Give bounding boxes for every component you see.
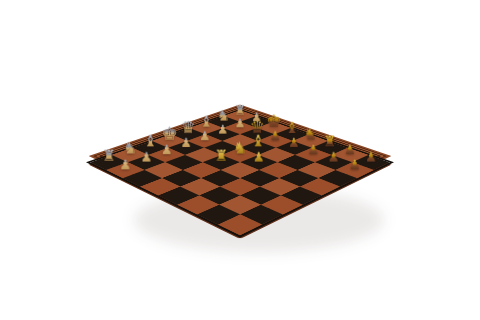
silver-bishop-f8: ♝	[200, 115, 213, 130]
silver-king-d8: ♚	[161, 125, 177, 143]
silver-pawn-c7: ♟	[161, 143, 173, 156]
silver-pawn-a7: ♟	[119, 158, 131, 172]
silver-pawn-b7: ♟	[141, 150, 153, 163]
brass-pawn-g4: ♟	[288, 136, 299, 149]
silver-knight-g8: ♞	[217, 109, 230, 123]
brass-pawn-h2: ♟	[344, 143, 356, 156]
silver-rook-a8: ♜	[102, 149, 116, 164]
silver-pawn-e7: ♟	[199, 130, 210, 142]
silver-pawn-d7: ♟	[180, 136, 191, 149]
silver-knight-b8: ♞	[123, 141, 137, 157]
brass-pawn-e4: ♟	[253, 150, 265, 163]
brass-rook-h3: ♜	[323, 135, 336, 150]
brass-bishop-h5: ♝	[285, 121, 298, 136]
brass-knight-e5: ♞	[233, 141, 247, 157]
brass-rook-d5: ♜	[214, 149, 228, 164]
square-g1: ♟	[336, 162, 374, 178]
silver-pawn-f7: ♟	[217, 123, 228, 135]
brass-pawn-g1: ♟	[349, 158, 361, 172]
brass-pawn-h1: ♟	[365, 150, 377, 163]
silver-pawn-g7: ♟	[235, 117, 246, 129]
brass-knight-h4: ♞	[304, 127, 318, 142]
square-d4	[221, 162, 259, 178]
silver-queen-e8: ♛	[181, 119, 196, 136]
brass-king-h6: ♚	[266, 112, 282, 130]
brass-pawn-g2: ♟	[328, 150, 340, 163]
silver-bishop-c8: ♝	[143, 134, 157, 150]
brass-pawn-g5: ♟	[270, 130, 281, 142]
brass-pawn-g3: ♟	[307, 143, 319, 156]
brass-bishop-f5: ♝	[251, 134, 265, 150]
